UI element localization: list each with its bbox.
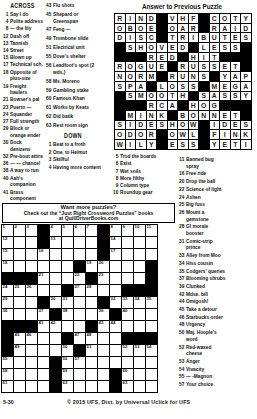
puzzle-cell-r4c1[interactable]: 18 bbox=[2, 261, 13, 272]
answer-cell-r13c8: L bbox=[189, 130, 199, 139]
answer-cell-r3c11: T bbox=[220, 33, 230, 42]
puzzle-cell-r10c9[interactable] bbox=[98, 333, 109, 344]
across-clue-58: 58Ms. Moreno bbox=[45, 78, 101, 85]
puzzle-cell-r13c9[interactable] bbox=[98, 369, 109, 380]
puzzle-cell-r12c8[interactable] bbox=[86, 357, 97, 368]
clue-text: Squander bbox=[10, 111, 43, 118]
down-clue-column-4: 11Banned bug spray16Free ride20Drop the … bbox=[178, 156, 226, 389]
clue-text: Rest room sign bbox=[53, 122, 101, 129]
cell-number-1: 1 bbox=[3, 225, 5, 230]
puzzle-cell-r4c7-black bbox=[74, 261, 85, 272]
cell-number-63: 63 bbox=[123, 381, 128, 386]
puzzle-cell-r13c11[interactable]: 60 bbox=[122, 369, 133, 380]
answer-cell-r5c11-black bbox=[220, 53, 230, 62]
puzzle-cell-r3c2[interactable] bbox=[14, 249, 25, 260]
puzzle-cell-r7c5[interactable]: 30 bbox=[50, 297, 61, 308]
puzzle-cell-r6c7[interactable]: 27 bbox=[74, 285, 85, 296]
puzzle-cell-r7c10[interactable]: 32 bbox=[110, 297, 121, 308]
answer-cell-r9c8-black bbox=[189, 92, 199, 101]
cell-number-41: 41 bbox=[39, 321, 44, 326]
puzzle-cell-r12c12[interactable] bbox=[134, 357, 145, 368]
puzzle-cell-r10c4[interactable] bbox=[38, 333, 49, 344]
puzzle-cell-r2c7[interactable] bbox=[74, 237, 85, 248]
across-clue-column-1: ACROSS 1Say I do4Polite address8— the li… bbox=[2, 2, 43, 202]
cell-number-18: 18 bbox=[3, 261, 8, 266]
puzzle-cell-r2c3[interactable] bbox=[26, 237, 37, 248]
puzzle-cell-r9c12[interactable] bbox=[134, 321, 145, 332]
answer-cell-r9c1-black bbox=[115, 92, 125, 101]
answer-cell-r3c2: I bbox=[126, 33, 136, 42]
puzzle-cell-r1c2[interactable]: 2 bbox=[14, 225, 25, 236]
clue-number: 41 bbox=[2, 189, 10, 202]
puzzle-cell-r13c6[interactable]: 59 bbox=[62, 369, 73, 380]
clue-number: 56 bbox=[45, 62, 53, 75]
puzzle-cell-r12c3[interactable] bbox=[26, 357, 37, 368]
cell-number-57: 57 bbox=[75, 357, 80, 362]
puzzle-cell-r8c8[interactable] bbox=[86, 309, 97, 320]
puzzle-cell-r1c11[interactable]: 9 bbox=[122, 225, 133, 236]
clue-number: 52 bbox=[178, 344, 186, 357]
puzzle-cell-r13c12[interactable] bbox=[134, 369, 145, 380]
answer-cell-r5c2-black bbox=[126, 53, 136, 62]
puzzle-cell-r12c1[interactable]: 55 bbox=[2, 357, 13, 368]
clue-number: 50 bbox=[178, 329, 186, 342]
clue-number: 6 bbox=[112, 160, 120, 167]
puzzle-cell-r13c13[interactable] bbox=[146, 369, 157, 380]
puzzle-cell-r12c9[interactable] bbox=[98, 357, 109, 368]
clue-number: 63 bbox=[45, 122, 53, 129]
puzzle-cell-r14c12[interactable] bbox=[134, 381, 145, 392]
answer-cell-r9c9: S bbox=[199, 92, 209, 101]
cell-number-29: 29 bbox=[3, 297, 8, 302]
puzzle-cell-r14c2[interactable] bbox=[14, 381, 25, 392]
answer-cell-r11c10: N bbox=[210, 111, 220, 120]
down-clue-9: 9Column type bbox=[112, 182, 162, 189]
puzzle-cell-r2c11[interactable] bbox=[122, 237, 133, 248]
answer-cell-r11c12: T bbox=[231, 111, 241, 120]
clue-text: Exist bbox=[120, 160, 162, 167]
across-clue-12: 12Dash off bbox=[2, 33, 43, 40]
answer-cell-r11c9: N bbox=[199, 111, 209, 120]
clue-number: 54 bbox=[178, 366, 186, 373]
answer-cell-r12c3: D bbox=[136, 121, 146, 130]
answer-cell-r13c2: D bbox=[126, 130, 136, 139]
puzzle-cell-r3c13[interactable] bbox=[146, 249, 157, 260]
puzzle-cell-r9c4[interactable]: 41 bbox=[38, 321, 49, 332]
puzzle-cell-r9c9[interactable]: 43 bbox=[98, 321, 109, 332]
puzzle-cell-r1c5[interactable]: 4 bbox=[50, 225, 61, 236]
answer-cell-r10c13-black bbox=[241, 101, 251, 110]
answer-cell-r8c10: M bbox=[210, 82, 220, 91]
puzzle-cell-r14c7[interactable] bbox=[74, 381, 85, 392]
cell-number-24: 24 bbox=[3, 285, 8, 290]
puzzle-cell-r12c11[interactable] bbox=[122, 357, 133, 368]
answer-cell-r14c5-black bbox=[157, 140, 167, 149]
clue-text: Comic-strip prince bbox=[186, 238, 226, 251]
puzzle-cell-r8c13[interactable] bbox=[146, 309, 157, 320]
puzzle-cell-r14c3[interactable] bbox=[26, 381, 37, 392]
answer-cell-r9c11: S bbox=[220, 92, 230, 101]
puzzle-cell-r13c8[interactable] bbox=[86, 369, 97, 380]
answer-cell-r2c12: I bbox=[231, 24, 241, 33]
across-clue-55: 55Dove's shelter bbox=[45, 53, 101, 60]
answer-cell-r14c6: E bbox=[168, 140, 178, 149]
clue-text: Column type bbox=[120, 182, 162, 189]
puzzle-cell-r7c6[interactable]: 31 bbox=[62, 297, 73, 308]
puzzle-cell-r5c9[interactable]: 23 bbox=[98, 273, 109, 284]
puzzle-cell-r10c5[interactable] bbox=[50, 333, 61, 344]
puzzle-cell-r10c2[interactable]: 45 bbox=[14, 333, 25, 344]
across-clue-61: 61Works by Keats bbox=[45, 104, 101, 111]
puzzle-cell-r9c6[interactable] bbox=[62, 321, 73, 332]
clue-text: Shepard or Greenspan bbox=[53, 11, 101, 24]
cell-number-49: 49 bbox=[15, 345, 20, 350]
puzzle-cell-r9c13[interactable] bbox=[146, 321, 157, 332]
answer-cell-r4c9: L bbox=[199, 43, 209, 52]
puzzle-cell-r8c11[interactable]: 40 bbox=[122, 309, 133, 320]
puzzle-cell-r4c6[interactable] bbox=[62, 261, 73, 272]
clue-number: 22 bbox=[178, 186, 186, 193]
puzzle-cell-r14c6[interactable]: 62 bbox=[62, 381, 73, 392]
clue-number: 32 bbox=[2, 153, 10, 160]
puzzle-cell-r1c13[interactable]: 11 bbox=[146, 225, 157, 236]
puzzle-cell-r10c1-black bbox=[2, 333, 13, 344]
puzzle-cell-r13c3[interactable] bbox=[26, 369, 37, 380]
clue-number: 18 bbox=[2, 69, 10, 82]
crossword-page: ACROSS 1Say I do4Polite address8— the li… bbox=[0, 0, 257, 419]
puzzle-cell-r11c5[interactable] bbox=[50, 345, 61, 356]
answer-cell-r3c9: B bbox=[199, 33, 209, 42]
puzzle-cell-r11c12[interactable]: 53 bbox=[134, 345, 145, 356]
puzzle-cell-r8c9[interactable]: 39 bbox=[98, 309, 109, 320]
puzzle-cell-r8c3[interactable] bbox=[26, 309, 37, 320]
answer-cell-r5c10: T bbox=[210, 53, 220, 62]
answer-cell-r14c8: S bbox=[189, 140, 199, 149]
puzzle-cell-r12c4[interactable] bbox=[38, 357, 49, 368]
puzzle-cell-r3c5[interactable] bbox=[50, 249, 61, 260]
answer-cell-r7c1: N bbox=[115, 72, 125, 81]
cell-number-52: 52 bbox=[123, 345, 128, 350]
across-clue-18: 18Opposite of plus-size bbox=[2, 69, 43, 82]
clue-text: Banned bug spray bbox=[186, 156, 226, 169]
answer-cell-r10c5: C bbox=[157, 101, 167, 110]
puzzle-cell-r13c7[interactable] bbox=[74, 369, 85, 380]
puzzle-cell-r2c12[interactable] bbox=[134, 237, 145, 248]
puzzle-cell-r7c3[interactable] bbox=[26, 297, 37, 308]
answer-cell-r14c4: Y bbox=[147, 140, 157, 149]
across-clue-49: 49Trombone slide bbox=[45, 35, 101, 42]
clue-text: Science of light bbox=[186, 186, 226, 193]
puzzle-cell-r5c10[interactable] bbox=[110, 273, 121, 284]
puzzle-cell-r4c4[interactable] bbox=[38, 261, 49, 272]
puzzle-cell-r10c3[interactable]: 46 bbox=[26, 333, 37, 344]
answer-cell-r11c11: E bbox=[220, 111, 230, 120]
cell-number-48: 48 bbox=[87, 333, 92, 338]
answer-cell-r5c4: R bbox=[147, 53, 157, 62]
clue-number: 20 bbox=[178, 178, 186, 185]
clue-text: — -Magnon bbox=[186, 373, 226, 380]
puzzle-cell-r7c7[interactable] bbox=[74, 297, 85, 308]
puzzle-cell-r1c6[interactable]: 5 bbox=[62, 225, 73, 236]
answer-cell-r1c8: F bbox=[189, 14, 199, 23]
across-clue-21: 21Bowser's pal bbox=[2, 96, 43, 103]
cell-number-3: 3 bbox=[27, 225, 29, 230]
puzzle-cell-r12c6[interactable]: 56 bbox=[62, 357, 73, 368]
clue-text: Full strength bbox=[10, 118, 43, 125]
clue-number: 46 bbox=[178, 314, 186, 321]
answer-cell-r4c5: V bbox=[157, 43, 167, 52]
clue-text: Anger bbox=[186, 358, 226, 365]
puzzle-cell-r4c2[interactable] bbox=[14, 261, 25, 272]
puzzle-cell-r3c11[interactable] bbox=[122, 249, 133, 260]
puzzle-cell-r2c8[interactable] bbox=[86, 237, 97, 248]
puzzle-cell-r4c8[interactable]: 19 bbox=[86, 261, 97, 272]
puzzle-cell-r2c13[interactable] bbox=[146, 237, 157, 248]
puzzle-cell-r12c10[interactable] bbox=[110, 357, 121, 368]
answer-cell-r7c4: M bbox=[147, 72, 157, 81]
puzzle-cell-r14c11[interactable]: 63 bbox=[122, 381, 133, 392]
puzzle-cell-r6c1[interactable]: 24 bbox=[2, 285, 13, 296]
across-clue-38: 38A way to run bbox=[2, 167, 43, 174]
puzzle-cell-r8c2[interactable] bbox=[14, 309, 25, 320]
puzzle-cell-r2c2[interactable] bbox=[14, 237, 25, 248]
clue-text: Dove's shelter bbox=[53, 53, 101, 60]
puzzle-cell-r10c6-black bbox=[62, 333, 73, 344]
clue-text: Brass component bbox=[10, 189, 43, 202]
puzzle-cell-r2c10[interactable]: 14 bbox=[110, 237, 121, 248]
answer-cell-r11c6-black bbox=[168, 111, 178, 120]
puzzle-cell-r11c8[interactable]: 51 bbox=[86, 345, 97, 356]
puzzle-cell-r6c2[interactable]: 25 bbox=[14, 285, 25, 296]
puzzle-cell-r11c2[interactable]: 49 bbox=[14, 345, 25, 356]
puzzle-cell-r14c1[interactable]: 61 bbox=[2, 381, 13, 392]
puzzle-cell-r8c6[interactable]: 38 bbox=[62, 309, 73, 320]
across-clue-23: 23Puerto — bbox=[2, 104, 43, 111]
puzzle-cell-r12c2[interactable] bbox=[14, 357, 25, 368]
puzzle-cell-r5c6[interactable] bbox=[62, 273, 73, 284]
clue-text: Pre-bout attire bbox=[10, 153, 43, 160]
puzzle-cell-r4c9[interactable]: 20 bbox=[98, 261, 109, 272]
puzzle-cell-r2c6[interactable] bbox=[62, 237, 73, 248]
puzzle-cell-r13c2[interactable] bbox=[14, 369, 25, 380]
answer-cell-r5c12-black bbox=[231, 53, 241, 62]
puzzle-cell-r1c3[interactable]: 3 bbox=[26, 225, 37, 236]
puzzle-cell-r3c1[interactable]: 15 bbox=[2, 249, 13, 260]
answer-cell-r11c5: K bbox=[157, 111, 167, 120]
clue-text: Your choice bbox=[186, 381, 226, 388]
answer-cell-r1c6: V bbox=[168, 14, 178, 23]
puzzle-cell-r6c13-black bbox=[146, 285, 157, 296]
puzzle-cell-r9c11[interactable] bbox=[122, 321, 133, 332]
puzzle-cell-r8c7[interactable] bbox=[74, 309, 85, 320]
puzzle-cell-r3c8[interactable] bbox=[86, 249, 97, 260]
down-clue-31: 31Comic-strip prince bbox=[178, 238, 226, 251]
puzzle-cell-r3c4[interactable]: 16 bbox=[38, 249, 49, 260]
puzzle-cell-r3c10[interactable]: 17 bbox=[110, 249, 121, 260]
clue-text: Vivacity bbox=[186, 366, 226, 373]
puzzle-cell-r12c13[interactable] bbox=[146, 357, 157, 368]
copyright-line: © 2015 UFS, Dist. by Universal Uclick fo… bbox=[67, 399, 190, 405]
puzzle-cell-r6c9[interactable] bbox=[98, 285, 109, 296]
puzzle-cell-r8c4[interactable]: 37 bbox=[38, 309, 49, 320]
across-clue-19: 19Freight haulers bbox=[2, 83, 43, 96]
puzzle-cell-r6c5[interactable] bbox=[50, 285, 61, 296]
clue-text: Opposite of plus-size bbox=[10, 69, 43, 82]
puzzle-cell-r7c11[interactable]: 33 bbox=[122, 297, 133, 308]
clue-text: Freight haulers bbox=[10, 83, 43, 96]
puzzle-cell-r9c10[interactable]: 44 bbox=[110, 321, 121, 332]
puzzle-cell-r11c6[interactable]: 50 bbox=[62, 345, 73, 356]
puzzle-cell-r9c5[interactable]: 42 bbox=[50, 321, 61, 332]
puzzle-cell-r12c7[interactable]: 57 bbox=[74, 357, 85, 368]
puzzle-cell-r9c3-black bbox=[26, 321, 37, 332]
answer-cell-r8c5: L bbox=[157, 82, 167, 91]
puzzle-cell-r10c10[interactable] bbox=[110, 333, 121, 344]
puzzle-cell-r4c12[interactable] bbox=[134, 261, 145, 272]
clue-text: Take a detour bbox=[186, 306, 226, 313]
puzzle-cell-r5c12[interactable] bbox=[134, 273, 145, 284]
puzzle-cell-r1c8[interactable]: 7 bbox=[86, 225, 97, 236]
puzzle-cell-r9c7[interactable] bbox=[74, 321, 85, 332]
answer-cell-r13c11: I bbox=[220, 130, 230, 139]
clue-text: Starbucks order bbox=[186, 314, 226, 321]
answer-cell-r11c1-black bbox=[115, 111, 125, 120]
puzzle-cell-r4c5[interactable] bbox=[50, 261, 61, 272]
puzzle-cell-r4c10[interactable] bbox=[110, 261, 121, 272]
puzzle-cell-r14c4[interactable] bbox=[38, 381, 49, 392]
puzzle-cell-r1c12[interactable]: 10 bbox=[134, 225, 145, 236]
puzzle-cell-r5c4[interactable]: 21 bbox=[38, 273, 49, 284]
clue-text: Bowser's pal bbox=[10, 96, 43, 103]
promo-line-3: at QuillDriverBooks.com bbox=[3, 216, 174, 222]
puzzle-cell-r7c13[interactable]: 35 bbox=[146, 297, 157, 308]
puzzle-cell-r5c11[interactable] bbox=[122, 273, 133, 284]
cell-number-33: 33 bbox=[123, 297, 128, 302]
answer-cell-r9c4: O bbox=[147, 92, 157, 101]
puzzle-cell-r6c4[interactable] bbox=[38, 285, 49, 296]
puzzle-cell-r1c10[interactable]: 8 bbox=[110, 225, 121, 236]
clue-text: Roundup gear bbox=[120, 189, 162, 196]
answer-cell-r14c12: T bbox=[231, 140, 241, 149]
puzzle-cell-r4c11[interactable] bbox=[122, 261, 133, 272]
puzzle-cell-r14c8[interactable] bbox=[86, 381, 97, 392]
across-clue-36: 36— — chance! bbox=[2, 160, 43, 167]
down-clue-46: 46Starbucks order bbox=[178, 314, 226, 321]
answer-cell-r1c9-black bbox=[199, 14, 209, 23]
puzzle-cell-r10c8[interactable]: 48 bbox=[86, 333, 97, 344]
cell-number-53: 53 bbox=[135, 345, 140, 350]
clue-number: 62 bbox=[45, 113, 53, 120]
puzzle-cell-r2c1[interactable]: 12 bbox=[2, 237, 13, 248]
puzzle-cell-r14c13[interactable] bbox=[146, 381, 157, 392]
puzzle-cell-r3c3[interactable] bbox=[26, 249, 37, 260]
puzzle-cell-r7c2[interactable] bbox=[14, 297, 25, 308]
puzzle-cell-r3c6[interactable] bbox=[62, 249, 73, 260]
across-clue-43: 43Flu shots bbox=[45, 2, 101, 9]
clue-text: Hiss cousin bbox=[186, 260, 226, 267]
puzzle-cell-r9c2-black bbox=[14, 321, 25, 332]
puzzle-cell-r7c8[interactable] bbox=[86, 297, 97, 308]
down-clue-20: 20Drop the ball bbox=[178, 178, 226, 185]
puzzle-cell-r7c4-black bbox=[38, 297, 49, 308]
cell-number-25: 25 bbox=[15, 285, 20, 290]
puzzle-cell-r5c7[interactable]: 22 bbox=[74, 273, 85, 284]
clue-number: 61 bbox=[45, 104, 53, 111]
puzzle-cell-r1c7[interactable]: 6 bbox=[74, 225, 85, 236]
puzzle-cell-r13c1[interactable]: 58 bbox=[2, 369, 13, 380]
answer-cell-r6c3: G bbox=[136, 62, 146, 71]
across-clue-56: 56Leadfoot's spot (2 wds.) bbox=[45, 62, 101, 75]
puzzle-cell-r3c12[interactable] bbox=[134, 249, 145, 260]
answer-cell-r11c3: I bbox=[136, 111, 146, 120]
across-clue-30: 30Dock denizens bbox=[2, 139, 43, 152]
puzzle-cell-r11c4[interactable] bbox=[38, 345, 49, 356]
down-clue-7: 7Wet soils bbox=[112, 168, 162, 175]
puzzle-cell-r6c3[interactable]: 26 bbox=[26, 285, 37, 296]
answer-cell-r2c1: O bbox=[115, 24, 125, 33]
puzzle-cell-r11c13[interactable]: 54 bbox=[146, 345, 157, 356]
clue-number: 1 bbox=[2, 11, 10, 18]
answer-cell-r12c7: O bbox=[178, 121, 188, 130]
cell-number-54: 54 bbox=[147, 345, 152, 350]
answer-cell-r8c12: G bbox=[231, 82, 241, 91]
puzzle-cell-r10c7[interactable]: 47 bbox=[74, 333, 85, 344]
across-clue-60: 60Famous Khan bbox=[45, 95, 101, 102]
clue-number: 36 bbox=[2, 160, 10, 167]
puzzle-cell-r11c3[interactable] bbox=[26, 345, 37, 356]
answer-cell-r1c5-black bbox=[157, 14, 167, 23]
across-clue-63: 63Rest room sign bbox=[45, 122, 101, 129]
puzzle-cell-r6c10[interactable] bbox=[110, 285, 121, 296]
puzzle-cell-r8c1[interactable]: 36 bbox=[2, 309, 13, 320]
puzzle-cell-r3c7[interactable] bbox=[74, 249, 85, 260]
puzzle-cell-r6c8[interactable]: 28 bbox=[86, 285, 97, 296]
answer-cell-r5c6: D bbox=[168, 53, 178, 62]
down-clue-48: 48Urgency bbox=[178, 321, 226, 328]
puzzle-cell-r2c5[interactable]: 13 bbox=[50, 237, 61, 248]
clue-number: 34 bbox=[178, 260, 186, 267]
answer-cell-r2c13: D bbox=[241, 24, 251, 33]
answer-cell-r5c7-black bbox=[178, 53, 188, 62]
down-clue-24: 24Ashen bbox=[178, 194, 226, 201]
puzzle-cell-r1c1[interactable]: 1 bbox=[2, 225, 13, 236]
clue-text: Wet soils bbox=[120, 168, 162, 175]
cell-number-62: 62 bbox=[63, 381, 68, 386]
answer-cell-r6c10: S bbox=[210, 62, 220, 71]
answer-cell-r3c12: E bbox=[231, 33, 241, 42]
answer-cell-r8c1: S bbox=[115, 82, 125, 91]
answer-cell-r10c6: A bbox=[168, 101, 178, 110]
puzzle-cell-r4c3[interactable] bbox=[26, 261, 37, 272]
puzzle-cell-r7c12[interactable]: 34 bbox=[134, 297, 145, 308]
puzzle-cell-r7c1[interactable]: 29 bbox=[2, 297, 13, 308]
down-clue-4: 4Having more content bbox=[45, 164, 101, 171]
answer-cell-r13c9-black bbox=[199, 130, 209, 139]
cell-number-27: 27 bbox=[75, 285, 80, 290]
puzzle-cell-r12c5-black bbox=[50, 357, 61, 368]
puzzle-cell-r13c4[interactable] bbox=[38, 369, 49, 380]
puzzle-cell-r11c10[interactable] bbox=[110, 345, 121, 356]
answer-cell-r2c9-black bbox=[199, 24, 209, 33]
puzzle-cell-r11c9[interactable] bbox=[98, 345, 109, 356]
answer-cell-r12c4: E bbox=[147, 121, 157, 130]
puzzle-cell-r14c9[interactable] bbox=[98, 381, 109, 392]
answer-cell-r9c13: Y bbox=[241, 92, 251, 101]
puzzle-cell-r8c12[interactable] bbox=[134, 309, 145, 320]
clue-number: 9 bbox=[112, 182, 120, 189]
puzzle-cell-r11c11[interactable]: 52 bbox=[122, 345, 133, 356]
puzzle-cell-r5c5[interactable] bbox=[50, 273, 61, 284]
